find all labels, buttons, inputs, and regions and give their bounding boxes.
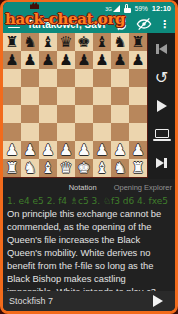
black-bishop: ♝ — [95, 33, 108, 51]
square-c4[interactable] — [39, 105, 57, 123]
square-h5[interactable] — [129, 87, 147, 105]
square-e7[interactable]: ♟ — [75, 51, 93, 69]
square-h2[interactable]: ♟ — [129, 141, 147, 159]
square-b3[interactable] — [21, 123, 39, 141]
network-type-label: 3G — [105, 7, 112, 12]
white-bishop: ♝ — [95, 159, 108, 177]
square-e3[interactable] — [75, 123, 93, 141]
square-d8[interactable]: ♛ — [57, 33, 75, 51]
black-pawn: ♟ — [5, 51, 18, 69]
status-clock: 12:10 — [152, 4, 171, 13]
square-c7[interactable]: ♟ — [39, 51, 57, 69]
square-b4[interactable] — [21, 105, 39, 123]
white-pawn: ♟ — [5, 141, 18, 159]
square-g3[interactable] — [111, 123, 129, 141]
square-e1[interactable]: ♚ — [75, 159, 93, 177]
square-e8[interactable]: ♚ — [75, 33, 93, 51]
square-b7[interactable]: ♟ — [21, 51, 39, 69]
square-f5[interactable] — [93, 87, 111, 105]
black-bishop: ♝ — [41, 33, 54, 51]
square-g1[interactable]: ♞ — [111, 159, 129, 177]
skip-to-start-icon[interactable] — [150, 40, 174, 58]
board-area: ♜♞♝♛♚♝♞♜♟♟♟♟♟♟♟♟♟♟♟♟♟♟♟♟♜♞♝♛♚♝♞♜ ↺ — [3, 33, 175, 179]
square-h6[interactable] — [129, 69, 147, 87]
square-d1[interactable]: ♛ — [57, 159, 75, 177]
navigation-toolbar: ↺ — [148, 33, 175, 179]
lock-icon — [124, 4, 131, 13]
square-f2[interactable]: ♟ — [93, 141, 111, 159]
tab-notation[interactable]: Notation — [69, 183, 97, 192]
square-d7[interactable]: ♟ — [57, 51, 75, 69]
square-b8[interactable]: ♞ — [21, 33, 39, 51]
notation-panel: Notation Opening Explorer 1. e4 e5 2. f4… — [3, 179, 175, 311]
square-b5[interactable] — [21, 87, 39, 105]
white-pawn: ♟ — [131, 141, 144, 159]
square-g7[interactable]: ♟ — [111, 51, 129, 69]
white-rook: ♜ — [131, 159, 144, 177]
black-pawn: ♟ — [113, 51, 126, 69]
engine-name: Stockfish 7 — [9, 296, 153, 306]
white-pawn: ♟ — [113, 141, 126, 159]
white-pawn: ♟ — [23, 141, 36, 159]
annotation-text: On principle this exchange cannot be com… — [3, 207, 175, 291]
square-c5[interactable] — [39, 87, 57, 105]
square-f3[interactable] — [93, 123, 111, 141]
hamburger-menu-icon[interactable] — [8, 20, 20, 29]
white-pawn: ♟ — [41, 141, 54, 159]
square-a2[interactable]: ♟ — [3, 141, 21, 159]
square-a3[interactable] — [3, 123, 21, 141]
overflow-menu-icon[interactable]: ⋮ — [159, 19, 170, 30]
white-pawn: ♟ — [77, 141, 90, 159]
square-d3[interactable] — [57, 123, 75, 141]
square-d6[interactable] — [57, 69, 75, 87]
square-f7[interactable]: ♟ — [93, 51, 111, 69]
rotate-board-icon[interactable]: ↺ — [150, 69, 174, 87]
square-f4[interactable] — [93, 105, 111, 123]
square-c2[interactable]: ♟ — [39, 141, 57, 159]
square-c1[interactable]: ♝ — [39, 159, 57, 177]
black-pawn: ♟ — [77, 51, 90, 69]
computer-engine-icon[interactable] — [150, 126, 174, 144]
black-queen: ♛ — [59, 33, 72, 51]
square-e6[interactable] — [75, 69, 93, 87]
square-b2[interactable]: ♟ — [21, 141, 39, 159]
white-knight: ♞ — [23, 159, 36, 177]
black-rook: ♜ — [131, 33, 144, 51]
tab-bar: Notation Opening Explorer — [3, 179, 175, 194]
square-d2[interactable]: ♟ — [57, 141, 75, 159]
mobile-signal-icon: 3G — [105, 5, 120, 12]
square-f8[interactable]: ♝ — [93, 33, 111, 51]
square-h4[interactable] — [129, 105, 147, 123]
square-g4[interactable] — [111, 105, 129, 123]
white-pawn: ♟ — [95, 141, 108, 159]
black-pawn: ♟ — [95, 51, 108, 69]
square-a5[interactable] — [3, 87, 21, 105]
square-c3[interactable] — [39, 123, 57, 141]
square-c6[interactable] — [39, 69, 57, 87]
eye-off-icon[interactable] — [136, 16, 152, 32]
white-rook: ♜ — [5, 159, 18, 177]
white-pawn: ♟ — [59, 141, 72, 159]
black-knight: ♞ — [113, 33, 126, 51]
black-pawn: ♟ — [23, 51, 36, 69]
title-bar: Tartakower, Savi... ⋮ — [3, 15, 175, 33]
engine-bar: Stockfish 7 — [3, 291, 175, 311]
engine-start-icon[interactable] — [153, 295, 163, 307]
skip-to-end-icon[interactable] — [150, 154, 174, 172]
square-d5[interactable] — [57, 87, 75, 105]
signal-triangle-icon — [113, 5, 120, 12]
black-knight: ♞ — [23, 33, 36, 51]
chess-board[interactable]: ♜♞♝♛♚♝♞♜♟♟♟♟♟♟♟♟♟♟♟♟♟♟♟♟♜♞♝♛♚♝♞♜ — [3, 33, 148, 178]
black-king: ♚ — [77, 33, 90, 51]
square-a7[interactable]: ♟ — [3, 51, 21, 69]
square-e5[interactable] — [75, 87, 93, 105]
square-b1[interactable]: ♞ — [21, 159, 39, 177]
square-f1[interactable]: ♝ — [93, 159, 111, 177]
black-pawn: ♟ — [41, 51, 54, 69]
square-g8[interactable]: ♞ — [111, 33, 129, 51]
square-a6[interactable] — [3, 69, 21, 87]
sync-rotate-icon[interactable] — [113, 16, 129, 32]
status-bar: 3G 59% 12:10 — [3, 2, 175, 15]
square-f6[interactable] — [93, 69, 111, 87]
white-knight: ♞ — [113, 159, 126, 177]
square-e2[interactable]: ♟ — [75, 141, 93, 159]
move-list[interactable]: 1. e4 e5 2. f4 ♗c5 3. ♘f3 d6 4. fxe5 — [3, 194, 175, 207]
battery-percent: 59% — [135, 5, 148, 12]
square-h8[interactable]: ♜ — [129, 33, 147, 51]
black-rook: ♜ — [5, 33, 18, 51]
square-g2[interactable]: ♟ — [111, 141, 129, 159]
white-bishop: ♝ — [41, 159, 54, 177]
white-queen: ♛ — [59, 159, 72, 177]
app-window: hack-cheat.org 3G 59% 12:10 Tartakower, … — [0, 0, 178, 314]
black-pawn: ♟ — [59, 51, 72, 69]
white-king: ♚ — [77, 159, 90, 177]
square-g5[interactable] — [111, 87, 129, 105]
square-a4[interactable] — [3, 105, 21, 123]
tab-opening-explorer[interactable]: Opening Explorer — [114, 183, 172, 192]
square-d4[interactable] — [57, 105, 75, 123]
square-h7[interactable]: ♟ — [129, 51, 147, 69]
square-c8[interactable]: ♝ — [39, 33, 57, 51]
black-pawn: ♟ — [131, 51, 144, 69]
square-h3[interactable] — [129, 123, 147, 141]
square-h1[interactable]: ♜ — [129, 159, 147, 177]
game-title: Tartakower, Savi... — [27, 19, 106, 30]
square-e4[interactable] — [75, 105, 93, 123]
square-a1[interactable]: ♜ — [3, 159, 21, 177]
square-b6[interactable] — [21, 69, 39, 87]
square-g6[interactable] — [111, 69, 129, 87]
play-icon[interactable] — [150, 97, 174, 115]
square-a8[interactable]: ♜ — [3, 33, 21, 51]
